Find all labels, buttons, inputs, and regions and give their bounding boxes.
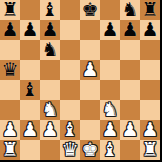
square-c1[interactable] xyxy=(40,140,60,160)
square-a7[interactable]: ♟ xyxy=(0,20,20,40)
white-pawn: ♟ xyxy=(101,120,118,139)
white-king: ♚ xyxy=(81,140,98,159)
square-e1[interactable]: ♚ xyxy=(80,140,100,160)
white-bishop: ♝ xyxy=(101,140,118,159)
square-c3[interactable]: ♞ xyxy=(40,100,60,120)
black-pawn: ♟ xyxy=(41,20,58,39)
black-knight: ♞ xyxy=(121,0,138,19)
square-g5[interactable] xyxy=(120,60,140,80)
square-b8[interactable] xyxy=(20,0,40,20)
square-e5[interactable]: ♟ xyxy=(80,60,100,80)
square-a5[interactable]: ♛ xyxy=(0,60,20,80)
chess-board: ♜♝♚♞♜♟♟♟♟♟♟♞♛♟♝♞♞♟♟♟♝♟♟♟♜♛♚♝♜ xyxy=(0,0,162,162)
square-b6[interactable] xyxy=(20,40,40,60)
black-bishop: ♝ xyxy=(21,80,38,99)
white-pawn: ♟ xyxy=(141,120,158,139)
square-h1[interactable]: ♜ xyxy=(140,140,160,160)
square-b3[interactable] xyxy=(20,100,40,120)
square-h8[interactable]: ♜ xyxy=(140,0,160,20)
black-bishop: ♝ xyxy=(41,0,58,19)
square-c4[interactable] xyxy=(40,80,60,100)
white-knight: ♞ xyxy=(101,100,118,119)
square-d5[interactable] xyxy=(60,60,80,80)
white-pawn: ♟ xyxy=(1,120,18,139)
square-h6[interactable] xyxy=(140,40,160,60)
black-pawn: ♟ xyxy=(1,20,18,39)
square-h5[interactable] xyxy=(140,60,160,80)
black-rook: ♜ xyxy=(141,0,158,19)
square-e8[interactable]: ♚ xyxy=(80,0,100,20)
square-g4[interactable] xyxy=(120,80,140,100)
square-d3[interactable] xyxy=(60,100,80,120)
black-pawn: ♟ xyxy=(121,20,138,39)
square-b7[interactable]: ♟ xyxy=(20,20,40,40)
square-e2[interactable] xyxy=(80,120,100,140)
square-b2[interactable]: ♟ xyxy=(20,120,40,140)
square-c6[interactable]: ♞ xyxy=(40,40,60,60)
square-d4[interactable] xyxy=(60,80,80,100)
square-h7[interactable]: ♟ xyxy=(140,20,160,40)
white-knight: ♞ xyxy=(41,100,58,119)
square-f1[interactable]: ♝ xyxy=(100,140,120,160)
square-e3[interactable] xyxy=(80,100,100,120)
square-h2[interactable]: ♟ xyxy=(140,120,160,140)
square-h4[interactable] xyxy=(140,80,160,100)
square-e4[interactable] xyxy=(80,80,100,100)
square-f3[interactable]: ♞ xyxy=(100,100,120,120)
square-c5[interactable] xyxy=(40,60,60,80)
square-e6[interactable] xyxy=(80,40,100,60)
square-d6[interactable] xyxy=(60,40,80,60)
square-f2[interactable]: ♟ xyxy=(100,120,120,140)
white-rook: ♜ xyxy=(141,140,158,159)
square-d2[interactable]: ♝ xyxy=(60,120,80,140)
square-g8[interactable]: ♞ xyxy=(120,0,140,20)
square-b1[interactable] xyxy=(20,140,40,160)
black-pawn: ♟ xyxy=(101,20,118,39)
square-f8[interactable] xyxy=(100,0,120,20)
white-pawn: ♟ xyxy=(81,60,98,79)
square-g6[interactable] xyxy=(120,40,140,60)
square-c2[interactable]: ♟ xyxy=(40,120,60,140)
black-king: ♚ xyxy=(81,0,98,19)
black-queen: ♛ xyxy=(1,60,18,79)
square-f5[interactable] xyxy=(100,60,120,80)
white-queen: ♛ xyxy=(61,140,78,159)
square-c8[interactable]: ♝ xyxy=(40,0,60,20)
square-g2[interactable]: ♟ xyxy=(120,120,140,140)
square-d8[interactable] xyxy=(60,0,80,20)
white-rook: ♜ xyxy=(1,140,18,159)
square-h3[interactable] xyxy=(140,100,160,120)
square-a4[interactable] xyxy=(0,80,20,100)
black-knight: ♞ xyxy=(41,40,58,59)
square-g1[interactable] xyxy=(120,140,140,160)
black-pawn: ♟ xyxy=(141,20,158,39)
black-rook: ♜ xyxy=(1,0,18,19)
square-a2[interactable]: ♟ xyxy=(0,120,20,140)
white-pawn: ♟ xyxy=(121,120,138,139)
square-f4[interactable] xyxy=(100,80,120,100)
square-d1[interactable]: ♛ xyxy=(60,140,80,160)
white-pawn: ♟ xyxy=(41,120,58,139)
square-d7[interactable] xyxy=(60,20,80,40)
white-bishop: ♝ xyxy=(61,120,78,139)
white-pawn: ♟ xyxy=(21,120,38,139)
square-a3[interactable] xyxy=(0,100,20,120)
square-f6[interactable] xyxy=(100,40,120,60)
square-e7[interactable] xyxy=(80,20,100,40)
square-b4[interactable]: ♝ xyxy=(20,80,40,100)
black-pawn: ♟ xyxy=(21,20,38,39)
square-b5[interactable] xyxy=(20,60,40,80)
square-g7[interactable]: ♟ xyxy=(120,20,140,40)
square-c7[interactable]: ♟ xyxy=(40,20,60,40)
square-a6[interactable] xyxy=(0,40,20,60)
square-a1[interactable]: ♜ xyxy=(0,140,20,160)
square-f7[interactable]: ♟ xyxy=(100,20,120,40)
square-a8[interactable]: ♜ xyxy=(0,0,20,20)
square-g3[interactable] xyxy=(120,100,140,120)
